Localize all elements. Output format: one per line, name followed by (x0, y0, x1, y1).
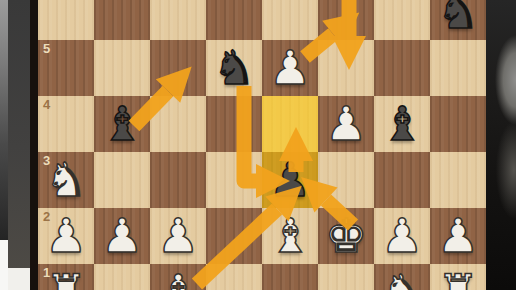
square-f2[interactable]: ♚ (318, 208, 374, 264)
piece-white-pawn-b2[interactable]: ♟ (94, 208, 150, 264)
rank-label-1: 1 (43, 266, 50, 279)
square-c3[interactable] (150, 152, 206, 208)
square-f5[interactable] (318, 40, 374, 96)
square-c1[interactable]: ♝ (150, 264, 206, 290)
square-c5[interactable] (150, 40, 206, 96)
square-d5[interactable]: ♞ (206, 40, 262, 96)
square-a1[interactable]: 1♜ (38, 264, 94, 290)
square-e4[interactable] (262, 96, 318, 152)
piece-black-pawn-e3[interactable]: ♟ (262, 152, 318, 208)
piece-white-pawn-c2[interactable]: ♟ (150, 208, 206, 264)
square-h6[interactable]: ♞ (430, 0, 486, 40)
piece-white-pawn-f4[interactable]: ♟ (318, 96, 374, 152)
square-e6[interactable] (262, 0, 318, 40)
square-d4[interactable] (206, 96, 262, 152)
piece-white-bishop-e2[interactable]: ♝ (262, 208, 318, 264)
board-left-shadow-strip (30, 0, 38, 290)
piece-white-pawn-g2[interactable]: ♟ (374, 208, 430, 264)
square-g5[interactable] (374, 40, 430, 96)
square-g4[interactable]: ♝ (374, 96, 430, 152)
piece-black-bishop-b4[interactable]: ♝ (94, 96, 150, 152)
square-b5[interactable] (94, 40, 150, 96)
square-f1[interactable] (318, 264, 374, 290)
square-f6[interactable] (318, 0, 374, 40)
left-background-sliver-bottom (0, 240, 8, 290)
highlight-e4 (262, 96, 318, 152)
chess-board[interactable]: ♞5♞♟4♝♟♝3♞♟2♟♟♟♝♚♟♟1♜♝♞♜ (38, 0, 486, 290)
square-e2[interactable]: ♝ (262, 208, 318, 264)
square-b4[interactable]: ♝ (94, 96, 150, 152)
square-g1[interactable]: ♞ (374, 264, 430, 290)
square-c4[interactable] (150, 96, 206, 152)
piece-black-knight-h6[interactable]: ♞ (430, 0, 486, 40)
left-letterbox-bar-bottom (8, 268, 30, 290)
square-b3[interactable] (94, 152, 150, 208)
piece-white-pawn-h2[interactable]: ♟ (430, 208, 486, 264)
rank-label-3: 3 (43, 154, 50, 167)
square-g3[interactable] (374, 152, 430, 208)
rank-label-5: 5 (43, 42, 50, 55)
piece-white-knight-g1[interactable]: ♞ (374, 264, 430, 290)
piece-white-rook-h1[interactable]: ♜ (430, 264, 486, 290)
piece-black-knight-d5[interactable]: ♞ (206, 40, 262, 96)
square-a4[interactable]: 4 (38, 96, 94, 152)
square-f3[interactable] (318, 152, 374, 208)
square-a5[interactable]: 5 (38, 40, 94, 96)
square-d1[interactable] (206, 264, 262, 290)
rank-label-2: 2 (43, 210, 50, 223)
square-e1[interactable] (262, 264, 318, 290)
square-c2[interactable]: ♟ (150, 208, 206, 264)
square-e5[interactable]: ♟ (262, 40, 318, 96)
piece-white-pawn-e5[interactable]: ♟ (262, 40, 318, 96)
square-h1[interactable]: ♜ (430, 264, 486, 290)
square-g6[interactable] (374, 0, 430, 40)
square-b1[interactable] (94, 264, 150, 290)
square-f4[interactable]: ♟ (318, 96, 374, 152)
square-a3[interactable]: 3♞ (38, 152, 94, 208)
left-letterbox-bar (8, 0, 30, 268)
square-e3[interactable]: ♟ (262, 152, 318, 208)
square-g2[interactable]: ♟ (374, 208, 430, 264)
left-background-sliver (0, 0, 8, 240)
piece-white-king-f2[interactable]: ♚ (318, 208, 374, 264)
square-a6[interactable] (38, 0, 94, 40)
square-a2[interactable]: 2♟ (38, 208, 94, 264)
piece-black-bishop-g4[interactable]: ♝ (374, 96, 430, 152)
square-h5[interactable] (430, 40, 486, 96)
square-d3[interactable] (206, 152, 262, 208)
square-h3[interactable] (430, 152, 486, 208)
square-c6[interactable] (150, 0, 206, 40)
piece-white-bishop-c1[interactable]: ♝ (150, 264, 206, 290)
square-h2[interactable]: ♟ (430, 208, 486, 264)
square-h4[interactable] (430, 96, 486, 152)
square-b6[interactable] (94, 0, 150, 40)
square-d6[interactable] (206, 0, 262, 40)
square-b2[interactable]: ♟ (94, 208, 150, 264)
rank-label-4: 4 (43, 98, 50, 111)
square-d2[interactable] (206, 208, 262, 264)
right-background-photo (486, 0, 516, 290)
